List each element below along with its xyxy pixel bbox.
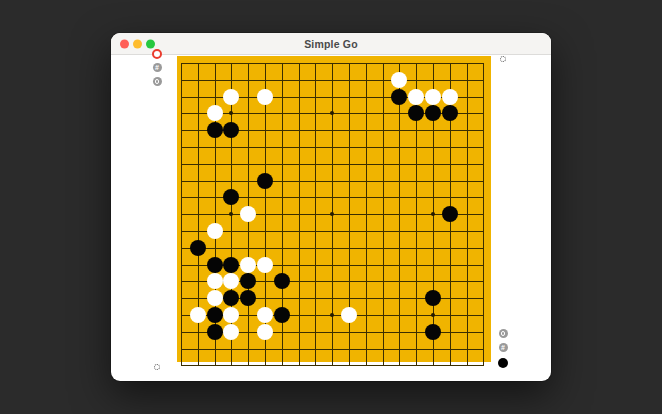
stone-black <box>207 122 223 138</box>
stone-black <box>223 189 239 205</box>
stone-black <box>190 240 206 256</box>
hash-icon: # <box>501 344 505 351</box>
stone-white <box>207 273 223 289</box>
stone-white <box>223 324 239 340</box>
stone-white <box>223 273 239 289</box>
stone-black <box>207 307 223 323</box>
stone-black <box>425 324 441 340</box>
stone-white <box>408 89 424 105</box>
stone-white <box>391 72 407 88</box>
grid-line-horizontal <box>181 349 484 350</box>
stone-white <box>240 206 256 222</box>
stone-black <box>442 206 458 222</box>
grid-line-vertical <box>467 63 468 366</box>
stone-white <box>425 89 441 105</box>
star-point <box>431 212 435 216</box>
black-stone-indicator-icon <box>498 358 508 368</box>
hash-icon: # <box>155 64 159 71</box>
star-point <box>330 111 334 115</box>
zoom-button[interactable] <box>146 39 155 48</box>
star-point <box>330 313 334 317</box>
traffic-lights <box>120 39 155 48</box>
stone-white <box>240 257 256 273</box>
minimize-button[interactable] <box>133 39 142 48</box>
black-target-button[interactable] <box>499 329 508 338</box>
grid-line-horizontal <box>181 248 484 249</box>
stone-white <box>207 223 223 239</box>
stone-black <box>391 89 407 105</box>
spinner-top-right-icon <box>500 56 506 62</box>
grid-line-vertical <box>383 63 384 366</box>
stone-black <box>240 273 256 289</box>
stone-white <box>257 324 273 340</box>
stone-black <box>425 290 441 306</box>
stone-black <box>207 257 223 273</box>
stone-black <box>223 257 239 273</box>
stone-white <box>341 307 357 323</box>
stone-white <box>223 89 239 105</box>
grid-line-vertical <box>399 63 400 366</box>
star-point <box>431 313 435 317</box>
stone-white <box>207 290 223 306</box>
stone-black <box>240 290 256 306</box>
go-board[interactable] <box>177 56 491 362</box>
window-title: Simple Go <box>304 38 358 50</box>
stone-white <box>257 307 273 323</box>
stone-white <box>207 105 223 121</box>
star-point <box>229 111 233 115</box>
stone-black <box>207 324 223 340</box>
stone-black <box>442 105 458 121</box>
black-hash-button[interactable]: # <box>499 343 508 352</box>
title-bar[interactable]: Simple Go <box>111 33 551 55</box>
desktop: { "game": "go", "app": { "window_title":… <box>0 0 662 414</box>
stone-black <box>274 307 290 323</box>
target-icon <box>501 331 506 336</box>
white-stone-turn-indicator-icon <box>152 49 162 59</box>
stone-white <box>257 89 273 105</box>
stone-black <box>223 122 239 138</box>
stone-white <box>223 307 239 323</box>
star-point <box>229 212 233 216</box>
close-button[interactable] <box>120 39 129 48</box>
grid-line-vertical <box>483 63 484 366</box>
white-hash-button[interactable]: # <box>153 63 162 72</box>
stone-black <box>408 105 424 121</box>
star-point <box>330 212 334 216</box>
white-target-button[interactable] <box>153 77 162 86</box>
target-icon <box>155 79 160 84</box>
grid-line-horizontal <box>181 231 484 232</box>
stone-black <box>257 173 273 189</box>
stone-black <box>223 290 239 306</box>
spinner-bottom-left-icon <box>154 364 160 370</box>
stone-white <box>257 257 273 273</box>
stone-black <box>274 273 290 289</box>
stone-white <box>442 89 458 105</box>
grid-line-vertical <box>366 63 367 366</box>
stone-white <box>190 307 206 323</box>
grid-line-horizontal <box>181 365 484 366</box>
app-window: Simple Go # # <box>111 33 551 381</box>
stone-black <box>425 105 441 121</box>
